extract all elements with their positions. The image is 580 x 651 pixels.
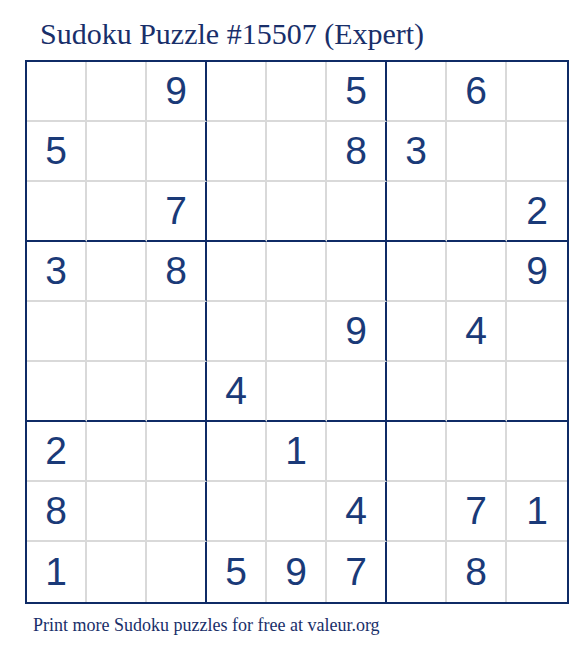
sudoku-cell-r2c4 — [207, 122, 267, 182]
given-digit: 1 — [45, 552, 67, 591]
sudoku-cell-r8c1: 8 — [27, 482, 87, 542]
sudoku-cell-r9c6: 7 — [327, 542, 387, 602]
sudoku-cell-r5c8: 4 — [447, 302, 507, 362]
sudoku-cell-r4c3: 8 — [147, 242, 207, 302]
sudoku-cell-r8c4 — [207, 482, 267, 542]
given-digit: 2 — [526, 191, 548, 230]
sudoku-cell-r6c8 — [447, 362, 507, 422]
sudoku-cell-r5c4 — [207, 302, 267, 362]
sudoku-cell-r7c1: 2 — [27, 422, 87, 482]
sudoku-cell-r5c7 — [387, 302, 447, 362]
sudoku-cell-r3c3: 7 — [147, 182, 207, 242]
given-digit: 8 — [165, 251, 187, 290]
sudoku-cell-r8c7 — [387, 482, 447, 542]
sudoku-cell-r8c6: 4 — [327, 482, 387, 542]
sudoku-cell-r9c2 — [87, 542, 147, 602]
sudoku-cell-r1c5 — [267, 62, 327, 122]
sudoku-cell-r5c5 — [267, 302, 327, 362]
sudoku-cell-r2c8 — [447, 122, 507, 182]
sudoku-cell-r6c7 — [387, 362, 447, 422]
sudoku-cell-r6c1 — [27, 362, 87, 422]
sudoku-cell-r2c1: 5 — [27, 122, 87, 182]
given-digit: 5 — [45, 131, 67, 170]
given-digit: 9 — [285, 552, 307, 591]
sudoku-cell-r4c4 — [207, 242, 267, 302]
given-digit: 9 — [345, 311, 367, 350]
sudoku-cell-r8c5 — [267, 482, 327, 542]
sudoku-cell-r4c5 — [267, 242, 327, 302]
sudoku-cell-r6c6 — [327, 362, 387, 422]
sudoku-cell-r1c8: 6 — [447, 62, 507, 122]
sudoku-cell-r2c7: 3 — [387, 122, 447, 182]
given-digit: 7 — [345, 552, 367, 591]
sudoku-cell-r1c1 — [27, 62, 87, 122]
sudoku-grid: 9565837238994421847115978 — [25, 60, 569, 604]
sudoku-cell-r1c7 — [387, 62, 447, 122]
sudoku-cell-r9c9 — [507, 542, 567, 602]
sudoku-cell-r7c7 — [387, 422, 447, 482]
given-digit: 9 — [165, 71, 187, 110]
sudoku-cell-r8c2 — [87, 482, 147, 542]
sudoku-cell-r3c7 — [387, 182, 447, 242]
sudoku-cell-r4c8 — [447, 242, 507, 302]
given-digit: 5 — [345, 71, 367, 110]
sudoku-cell-r6c3 — [147, 362, 207, 422]
given-digit: 8 — [45, 491, 67, 530]
page-title: Sudoku Puzzle #15507 (Expert) — [40, 17, 424, 51]
sudoku-cell-r9c4: 5 — [207, 542, 267, 602]
sudoku-cell-r3c2 — [87, 182, 147, 242]
sudoku-cell-r8c3 — [147, 482, 207, 542]
sudoku-cell-r7c9 — [507, 422, 567, 482]
sudoku-cell-r6c2 — [87, 362, 147, 422]
sudoku-cell-r3c1 — [27, 182, 87, 242]
sudoku-cell-r8c8: 7 — [447, 482, 507, 542]
sudoku-cell-r6c9 — [507, 362, 567, 422]
given-digit: 7 — [165, 191, 187, 230]
sudoku-cell-r2c6: 8 — [327, 122, 387, 182]
sudoku-cell-r6c5 — [267, 362, 327, 422]
given-digit: 5 — [225, 552, 247, 591]
given-digit: 3 — [45, 251, 67, 290]
given-digit: 2 — [45, 431, 67, 470]
given-digit: 9 — [526, 251, 548, 290]
sudoku-cell-r3c9: 2 — [507, 182, 567, 242]
sudoku-cell-r9c3 — [147, 542, 207, 602]
sudoku-cell-r9c5: 9 — [267, 542, 327, 602]
given-digit: 6 — [465, 71, 487, 110]
given-digit: 4 — [225, 371, 247, 410]
sudoku-cell-r4c2 — [87, 242, 147, 302]
sudoku-cell-r9c8: 8 — [447, 542, 507, 602]
sudoku-cell-r5c3 — [147, 302, 207, 362]
sudoku-cell-r7c3 — [147, 422, 207, 482]
sudoku-cell-r4c1: 3 — [27, 242, 87, 302]
given-digit: 4 — [465, 311, 487, 350]
given-digit: 7 — [465, 491, 487, 530]
sudoku-cell-r1c3: 9 — [147, 62, 207, 122]
page-root: Sudoku Puzzle #15507 (Expert) 9565837238… — [0, 0, 580, 651]
given-digit: 4 — [345, 491, 367, 530]
sudoku-cell-r2c9 — [507, 122, 567, 182]
footer-text: Print more Sudoku puzzles for free at va… — [33, 615, 380, 636]
sudoku-cell-r9c1: 1 — [27, 542, 87, 602]
sudoku-cell-r2c2 — [87, 122, 147, 182]
sudoku-cell-r7c2 — [87, 422, 147, 482]
sudoku-cell-r5c2 — [87, 302, 147, 362]
sudoku-cell-r1c9 — [507, 62, 567, 122]
sudoku-cell-r2c5 — [267, 122, 327, 182]
sudoku-cell-r7c5: 1 — [267, 422, 327, 482]
sudoku-cell-r1c4 — [207, 62, 267, 122]
given-digit: 8 — [465, 552, 487, 591]
sudoku-cell-r6c4: 4 — [207, 362, 267, 422]
sudoku-cell-r7c4 — [207, 422, 267, 482]
sudoku-cell-r5c1 — [27, 302, 87, 362]
given-digit: 1 — [526, 491, 548, 530]
sudoku-cell-r5c6: 9 — [327, 302, 387, 362]
sudoku-cell-r3c8 — [447, 182, 507, 242]
given-digit: 1 — [285, 431, 307, 470]
sudoku-cell-r4c7 — [387, 242, 447, 302]
sudoku-cell-r5c9 — [507, 302, 567, 362]
sudoku-cell-r1c6: 5 — [327, 62, 387, 122]
given-digit: 3 — [405, 131, 427, 170]
sudoku-cell-r3c5 — [267, 182, 327, 242]
sudoku-cell-r3c4 — [207, 182, 267, 242]
sudoku-cell-r2c3 — [147, 122, 207, 182]
sudoku-cell-r1c2 — [87, 62, 147, 122]
sudoku-cell-r8c9: 1 — [507, 482, 567, 542]
sudoku-cell-r4c9: 9 — [507, 242, 567, 302]
given-digit: 8 — [345, 131, 367, 170]
sudoku-cell-r3c6 — [327, 182, 387, 242]
sudoku-cell-r4c6 — [327, 242, 387, 302]
sudoku-cell-r9c7 — [387, 542, 447, 602]
sudoku-cell-r7c6 — [327, 422, 387, 482]
sudoku-cell-r7c8 — [447, 422, 507, 482]
